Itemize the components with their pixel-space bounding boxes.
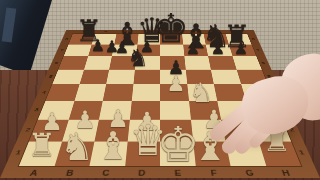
square-h4[interactable] xyxy=(241,84,275,101)
rank-label-right-4: 4 xyxy=(271,90,281,94)
piece-white-rook-h1[interactable]: ♜ xyxy=(263,124,292,156)
rank-label-left-5: 5 xyxy=(46,75,56,79)
piece-white-rook-a1[interactable]: ♜ xyxy=(28,129,57,161)
file-label-f: F xyxy=(196,169,233,177)
piece-black-pawn-g7[interactable]: ♟ xyxy=(211,41,225,57)
rank-label-right-6: 6 xyxy=(259,61,268,65)
square-c5[interactable] xyxy=(106,69,134,84)
square-c4[interactable] xyxy=(103,84,133,101)
file-label-g: G xyxy=(231,169,269,177)
rank-label-right-1: 1 xyxy=(295,149,308,156)
file-label-a: A xyxy=(14,169,52,177)
piece-white-pawn-e4[interactable]: ♟ xyxy=(167,74,186,95)
piece-white-king-e1[interactable]: ♚ xyxy=(156,120,199,168)
rank-label-left-8: 8 xyxy=(63,38,71,41)
square-d4[interactable] xyxy=(131,84,160,101)
rank-label-left-7: 7 xyxy=(58,49,66,52)
piece-white-knight-f3[interactable]: ♞ xyxy=(189,79,213,106)
square-b4[interactable] xyxy=(74,84,106,101)
file-label-b: B xyxy=(51,169,89,177)
monitor-glint xyxy=(2,7,17,42)
file-label-h: H xyxy=(267,169,305,177)
rank-label-left-6: 6 xyxy=(52,61,61,65)
file-label-d: D xyxy=(124,169,160,177)
rank-label-right-7: 7 xyxy=(254,49,262,52)
square-b6[interactable] xyxy=(84,56,112,69)
rank-label-right-5: 5 xyxy=(265,75,275,79)
piece-black-knight-c6[interactable]: ♞ xyxy=(127,46,149,70)
piece-white-knight-b1[interactable]: ♞ xyxy=(60,128,94,166)
piece-black-pawn-h7[interactable]: ♟ xyxy=(234,41,248,57)
square-b5[interactable] xyxy=(79,69,109,84)
piece-white-pawn-g2[interactable]: ♟ xyxy=(237,106,259,130)
square-d5[interactable] xyxy=(133,69,160,84)
chess-photo-scene: AABBCCDDEEFFGGHH1122334455667788 ♜♛♚♝♞♜♝… xyxy=(0,0,320,180)
piece-black-pawn-f7[interactable]: ♟ xyxy=(186,41,200,57)
piece-black-pawn-a7[interactable]: ♟ xyxy=(91,38,105,54)
piece-white-bishop-c1[interactable]: ♝ xyxy=(96,127,130,165)
file-label-c: C xyxy=(87,169,124,177)
square-h5[interactable] xyxy=(236,69,267,84)
